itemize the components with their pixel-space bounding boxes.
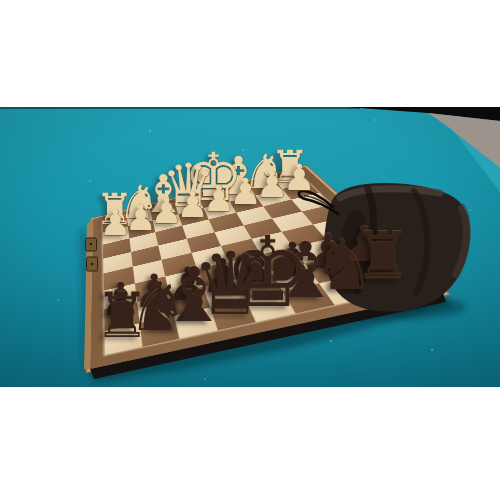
- photo-margin-bottom: [0, 387, 500, 500]
- table-edge-line: [0, 107, 360, 109]
- scene-photo: ♜♞♝♛♚♝♞♜♟♟♟♟♟♟♟♟♟♟♟♟♟♟♟♟♜♞♝♛♚♝♞♜: [0, 0, 500, 500]
- photo-margin-top: [0, 0, 500, 107]
